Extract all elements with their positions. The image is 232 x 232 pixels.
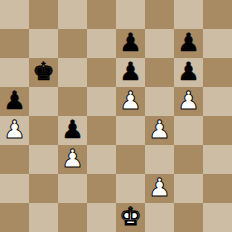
square-c7[interactable] (58, 29, 87, 58)
square-a3[interactable] (0, 145, 29, 174)
square-c3[interactable]: ♟ (58, 145, 87, 174)
square-f1[interactable] (145, 203, 174, 232)
square-f2[interactable]: ♟ (145, 174, 174, 203)
square-b7[interactable] (29, 29, 58, 58)
square-h4[interactable] (203, 116, 232, 145)
square-b2[interactable] (29, 174, 58, 203)
square-f7[interactable] (145, 29, 174, 58)
square-h1[interactable] (203, 203, 232, 232)
piece-black-pawn: ♟ (61, 116, 83, 144)
square-b1[interactable] (29, 203, 58, 232)
square-b6[interactable]: ♚ (29, 58, 58, 87)
square-b3[interactable] (29, 145, 58, 174)
square-h2[interactable] (203, 174, 232, 203)
square-h5[interactable] (203, 87, 232, 116)
square-d1[interactable] (87, 203, 116, 232)
square-e1[interactable]: ♚ (116, 203, 145, 232)
square-f6[interactable] (145, 58, 174, 87)
piece-white-pawn: ♟ (148, 174, 170, 202)
piece-white-pawn: ♟ (3, 116, 25, 144)
square-a1[interactable] (0, 203, 29, 232)
square-d2[interactable] (87, 174, 116, 203)
square-a6[interactable] (0, 58, 29, 87)
square-e2[interactable] (116, 174, 145, 203)
square-c1[interactable] (58, 203, 87, 232)
square-g4[interactable] (174, 116, 203, 145)
square-e6[interactable]: ♟ (116, 58, 145, 87)
square-g6[interactable]: ♟ (174, 58, 203, 87)
square-h8[interactable] (203, 0, 232, 29)
square-g5[interactable]: ♟ (174, 87, 203, 116)
square-b5[interactable] (29, 87, 58, 116)
square-c6[interactable] (58, 58, 87, 87)
square-g1[interactable] (174, 203, 203, 232)
square-b4[interactable] (29, 116, 58, 145)
square-f8[interactable] (145, 0, 174, 29)
square-e3[interactable] (116, 145, 145, 174)
square-g7[interactable]: ♟ (174, 29, 203, 58)
square-e5[interactable]: ♟ (116, 87, 145, 116)
square-c5[interactable] (58, 87, 87, 116)
square-e4[interactable] (116, 116, 145, 145)
piece-black-pawn: ♟ (3, 87, 25, 115)
square-g2[interactable] (174, 174, 203, 203)
piece-white-pawn: ♟ (148, 116, 170, 144)
square-d3[interactable] (87, 145, 116, 174)
piece-black-pawn: ♟ (119, 58, 141, 86)
square-a7[interactable] (0, 29, 29, 58)
piece-black-king: ♚ (32, 58, 54, 86)
piece-white-king: ♚ (119, 203, 141, 231)
square-c4[interactable]: ♟ (58, 116, 87, 145)
square-g8[interactable] (174, 0, 203, 29)
square-a5[interactable]: ♟ (0, 87, 29, 116)
square-d7[interactable] (87, 29, 116, 58)
square-e8[interactable] (116, 0, 145, 29)
square-a2[interactable] (0, 174, 29, 203)
square-d5[interactable] (87, 87, 116, 116)
square-f3[interactable] (145, 145, 174, 174)
square-d6[interactable] (87, 58, 116, 87)
square-h7[interactable] (203, 29, 232, 58)
square-a8[interactable] (0, 0, 29, 29)
piece-black-pawn: ♟ (177, 29, 199, 57)
square-e7[interactable]: ♟ (116, 29, 145, 58)
piece-white-pawn: ♟ (119, 87, 141, 115)
square-d8[interactable] (87, 0, 116, 29)
square-b8[interactable] (29, 0, 58, 29)
piece-white-pawn: ♟ (177, 87, 199, 115)
square-h3[interactable] (203, 145, 232, 174)
square-g3[interactable] (174, 145, 203, 174)
square-h6[interactable] (203, 58, 232, 87)
square-c2[interactable] (58, 174, 87, 203)
square-a4[interactable]: ♟ (0, 116, 29, 145)
square-f5[interactable] (145, 87, 174, 116)
piece-white-pawn: ♟ (61, 145, 83, 173)
piece-black-pawn: ♟ (119, 29, 141, 57)
square-f4[interactable]: ♟ (145, 116, 174, 145)
square-c8[interactable] (58, 0, 87, 29)
square-d4[interactable] (87, 116, 116, 145)
piece-black-pawn: ♟ (177, 58, 199, 86)
chess-board: ♟♟♚♟♟♟♟♟♟♟♟♟♟♚ (0, 0, 232, 232)
